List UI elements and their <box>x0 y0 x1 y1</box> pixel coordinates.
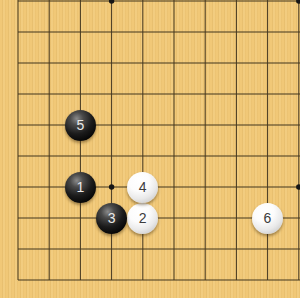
stone-move-number: 3 <box>108 211 116 225</box>
stone-black-c6[interactable]: 5 <box>65 110 96 141</box>
go-board[interactable]: 123456 <box>0 0 300 298</box>
stone-move-number: 2 <box>139 211 147 225</box>
stone-move-number: 4 <box>139 180 147 194</box>
stone-white-e3[interactable]: 2 <box>127 203 158 234</box>
go-diagram: 123456 <box>0 0 300 298</box>
stone-black-d3[interactable]: 3 <box>96 203 127 234</box>
stone-white-e4[interactable]: 4 <box>127 172 158 203</box>
stone-white-j3[interactable]: 6 <box>252 203 283 234</box>
stone-black-c4[interactable]: 1 <box>65 172 96 203</box>
stones-layer: 123456 <box>2 0 300 296</box>
stone-move-number: 5 <box>76 118 84 132</box>
stone-move-number: 6 <box>264 211 272 225</box>
stone-move-number: 1 <box>76 180 84 194</box>
